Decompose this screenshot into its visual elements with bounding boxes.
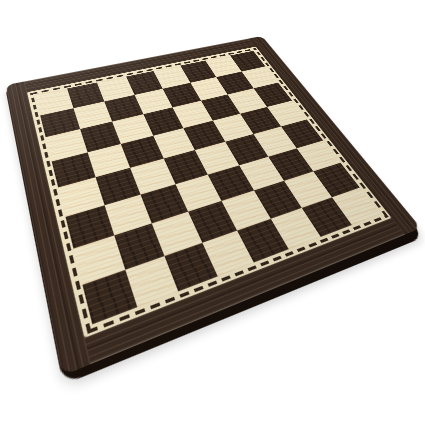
chessboard (6, 36, 421, 376)
product-photo-canvas (0, 0, 425, 425)
